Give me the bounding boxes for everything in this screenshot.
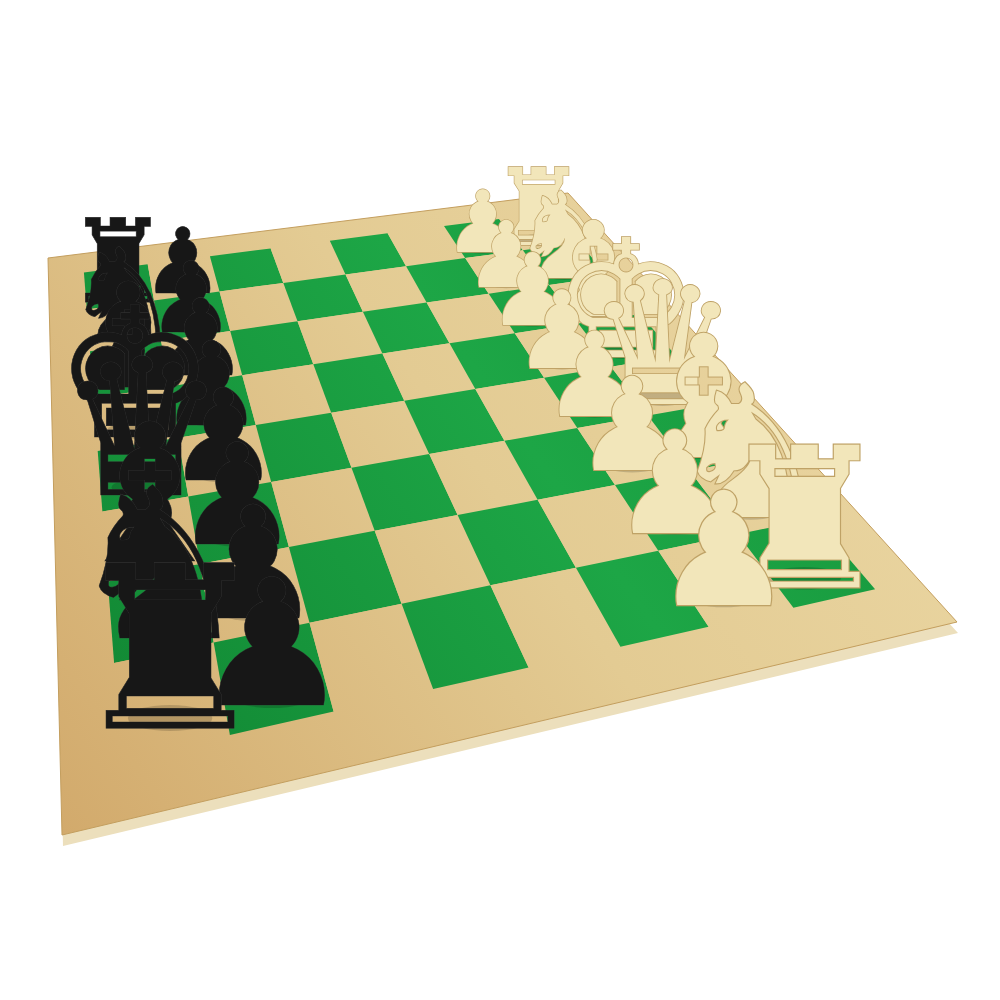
chessboard: ♜♟♞♟♟♜♝♟♟♞♚♟♟♝♛♟♟♚♝♟♟♛♞♟♟♝♜♟♟♞♟♜: [0, 0, 1000, 1000]
chess-set-product-photo: ♜♟♞♟♟♜♝♟♟♞♚♟♟♝♛♟♟♚♝♟♟♛♞♟♟♝♜♟♟♞♟♜: [0, 0, 1000, 1000]
piece-black-rook-a8[interactable]: ♜: [68, 517, 272, 782]
piece-white-pawn-a2[interactable]: ♟: [653, 458, 795, 642]
